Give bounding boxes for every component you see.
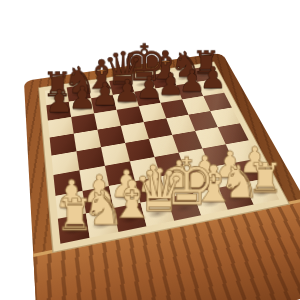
chess-box: ♜♞♝♛♚♝♞♜♟♟♟♟♟♟♟♟♟♟♟♟♟♟♟♟♜♞♝♛♚♝♞♜ bbox=[24, 52, 300, 300]
piece-white-rook[interactable]: ♜ bbox=[55, 194, 94, 238]
piece-black-pawn[interactable]: ♟ bbox=[45, 85, 73, 117]
square-b6[interactable] bbox=[71, 113, 97, 133]
perspective-scene: ♜♞♝♛♚♝♞♜♟♟♟♟♟♟♟♟♟♟♟♟♟♟♟♟♜♞♝♛♚♝♞♜ bbox=[0, 0, 300, 300]
photo-stage: ♜♞♝♛♚♝♞♜♟♟♟♟♟♟♟♟♟♟♟♟♟♟♟♟♜♞♝♛♚♝♞♜ bbox=[0, 0, 300, 300]
square-a1[interactable]: ♜ bbox=[58, 213, 90, 243]
square-c5[interactable] bbox=[97, 126, 125, 147]
